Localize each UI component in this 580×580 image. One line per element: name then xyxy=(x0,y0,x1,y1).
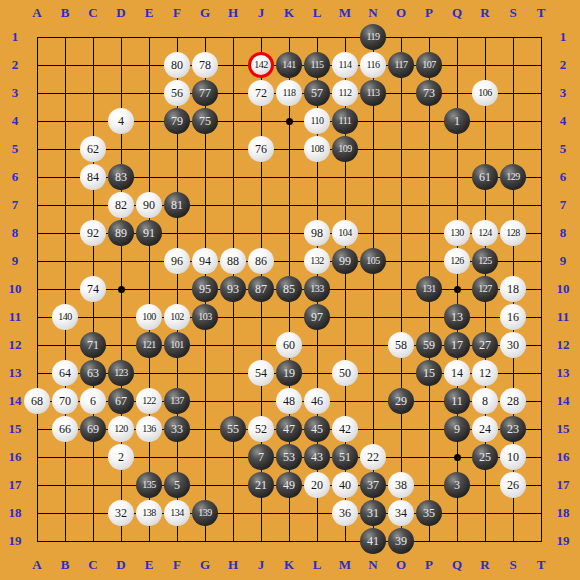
move-number: 2 xyxy=(118,451,124,463)
stone-white-s10[interactable]: 18 xyxy=(500,276,526,302)
col-label-top-f: F xyxy=(163,5,191,21)
col-label-top-g: G xyxy=(191,5,219,21)
stone-white-a14[interactable]: 68 xyxy=(24,388,50,414)
stone-black-l2[interactable]: 115 xyxy=(304,52,330,78)
row-label-right-8: 8 xyxy=(549,225,577,241)
row-label-right-15: 15 xyxy=(549,421,577,437)
stone-white-h9[interactable]: 88 xyxy=(220,248,246,274)
stone-black-c12[interactable]: 71 xyxy=(80,332,106,358)
col-label-top-o: O xyxy=(387,5,415,21)
col-label-top-k: K xyxy=(275,5,303,21)
col-label-top-s: S xyxy=(499,5,527,21)
col-label-bottom-j: J xyxy=(247,557,275,573)
stone-white-r14[interactable]: 8 xyxy=(472,388,498,414)
stone-black-k17[interactable]: 49 xyxy=(276,472,302,498)
stone-black-s6[interactable]: 129 xyxy=(500,164,526,190)
stone-white-r13[interactable]: 12 xyxy=(472,360,498,386)
stone-black-j10[interactable]: 87 xyxy=(248,276,274,302)
move-number: 64 xyxy=(59,367,71,379)
move-number: 117 xyxy=(394,60,407,70)
move-number: 20 xyxy=(311,479,323,491)
row-label-left-8: 8 xyxy=(1,225,29,241)
move-number: 108 xyxy=(310,144,324,154)
col-label-bottom-t: T xyxy=(527,557,555,573)
stone-black-k15[interactable]: 47 xyxy=(276,416,302,442)
stone-white-m2[interactable]: 114 xyxy=(332,52,358,78)
stone-white-m15[interactable]: 42 xyxy=(332,416,358,442)
move-number: 109 xyxy=(338,144,352,154)
stone-black-g3[interactable]: 77 xyxy=(192,80,218,106)
col-label-bottom-n: N xyxy=(359,557,387,573)
stone-white-c14[interactable]: 6 xyxy=(80,388,106,414)
stone-black-n9[interactable]: 105 xyxy=(360,248,386,274)
stone-black-m4[interactable]: 111 xyxy=(332,108,358,134)
move-number: 47 xyxy=(283,423,295,435)
move-number: 132 xyxy=(310,256,324,266)
stone-white-c10[interactable]: 74 xyxy=(80,276,106,302)
stone-black-l16[interactable]: 43 xyxy=(304,444,330,470)
row-label-right-19: 19 xyxy=(549,533,577,549)
move-number: 106 xyxy=(478,88,492,98)
stone-white-q8[interactable]: 130 xyxy=(444,220,470,246)
go-board[interactable]: 1234567891011121314151617181920212223242… xyxy=(23,23,555,555)
move-number: 82 xyxy=(115,199,127,211)
move-number: 31 xyxy=(367,507,379,519)
stone-white-l8[interactable]: 98 xyxy=(304,220,330,246)
grid-line-vertical xyxy=(541,37,542,542)
move-number: 90 xyxy=(143,199,155,211)
stone-white-f9[interactable]: 96 xyxy=(164,248,190,274)
move-number: 76 xyxy=(255,143,267,155)
col-label-top-r: R xyxy=(471,5,499,21)
move-number: 77 xyxy=(199,87,211,99)
move-number: 45 xyxy=(311,423,323,435)
move-number: 42 xyxy=(339,423,351,435)
stone-white-b15[interactable]: 66 xyxy=(52,416,78,442)
move-number: 94 xyxy=(199,255,211,267)
move-number: 22 xyxy=(367,451,379,463)
stone-black-q4[interactable]: 1 xyxy=(444,108,470,134)
row-label-right-14: 14 xyxy=(549,393,577,409)
move-number: 130 xyxy=(450,228,464,238)
row-label-right-11: 11 xyxy=(549,309,577,325)
move-number: 68 xyxy=(31,395,43,407)
stone-black-r6[interactable]: 61 xyxy=(472,164,498,190)
row-label-left-9: 9 xyxy=(1,253,29,269)
move-number: 29 xyxy=(395,395,407,407)
row-label-left-16: 16 xyxy=(1,449,29,465)
stone-black-q14[interactable]: 11 xyxy=(444,388,470,414)
stone-black-k13[interactable]: 19 xyxy=(276,360,302,386)
move-number: 11 xyxy=(451,395,463,407)
move-number: 1 xyxy=(454,115,460,127)
grid-line-vertical xyxy=(401,37,402,542)
stone-white-s14[interactable]: 28 xyxy=(500,388,526,414)
move-number: 98 xyxy=(311,227,323,239)
row-label-left-2: 2 xyxy=(1,57,29,73)
stone-white-j9[interactable]: 86 xyxy=(248,248,274,274)
star-point-q16 xyxy=(454,454,461,461)
stone-white-e14[interactable]: 122 xyxy=(136,388,162,414)
stone-white-r3[interactable]: 106 xyxy=(472,80,498,106)
move-number: 104 xyxy=(338,228,352,238)
move-number: 137 xyxy=(170,396,184,406)
star-point-k4 xyxy=(286,118,293,125)
move-number: 33 xyxy=(171,423,183,435)
stone-white-j3[interactable]: 72 xyxy=(248,80,274,106)
stone-white-b13[interactable]: 64 xyxy=(52,360,78,386)
stone-black-o19[interactable]: 39 xyxy=(388,528,414,554)
move-number: 95 xyxy=(199,283,211,295)
stone-white-s12[interactable]: 30 xyxy=(500,332,526,358)
stone-white-l17[interactable]: 20 xyxy=(304,472,330,498)
row-label-left-3: 3 xyxy=(1,85,29,101)
stone-black-n17[interactable]: 37 xyxy=(360,472,386,498)
move-number: 89 xyxy=(115,227,127,239)
stone-black-r16[interactable]: 25 xyxy=(472,444,498,470)
move-number: 75 xyxy=(199,115,211,127)
move-number: 53 xyxy=(283,451,295,463)
stone-black-r9[interactable]: 125 xyxy=(472,248,498,274)
move-number: 56 xyxy=(171,87,183,99)
stone-white-f3[interactable]: 56 xyxy=(164,80,190,106)
move-number: 41 xyxy=(367,535,379,547)
stone-black-f15[interactable]: 33 xyxy=(164,416,190,442)
stone-black-d6[interactable]: 83 xyxy=(108,164,134,190)
stone-white-g2[interactable]: 78 xyxy=(192,52,218,78)
stone-white-d18[interactable]: 32 xyxy=(108,500,134,526)
stone-white-c5[interactable]: 62 xyxy=(80,136,106,162)
stone-black-k10[interactable]: 85 xyxy=(276,276,302,302)
stone-black-g4[interactable]: 75 xyxy=(192,108,218,134)
stone-black-k16[interactable]: 53 xyxy=(276,444,302,470)
move-number: 134 xyxy=(170,508,184,518)
move-number: 136 xyxy=(142,424,156,434)
move-number: 61 xyxy=(479,171,491,183)
move-number: 142 xyxy=(254,60,268,70)
stone-black-f4[interactable]: 79 xyxy=(164,108,190,134)
stone-black-q17[interactable]: 3 xyxy=(444,472,470,498)
col-label-top-j: J xyxy=(247,5,275,21)
stone-white-e7[interactable]: 90 xyxy=(136,192,162,218)
stone-black-n3[interactable]: 113 xyxy=(360,80,386,106)
stone-white-d16[interactable]: 2 xyxy=(108,444,134,470)
stone-black-j17[interactable]: 21 xyxy=(248,472,274,498)
col-label-bottom-q: Q xyxy=(443,557,471,573)
stone-black-e17[interactable]: 135 xyxy=(136,472,162,498)
move-number: 19 xyxy=(283,367,295,379)
stone-white-s16[interactable]: 10 xyxy=(500,444,526,470)
col-label-bottom-d: D xyxy=(107,557,135,573)
move-number: 34 xyxy=(395,507,407,519)
stone-white-l4[interactable]: 110 xyxy=(304,108,330,134)
move-number: 24 xyxy=(479,423,491,435)
col-label-top-b: B xyxy=(51,5,79,21)
move-number: 105 xyxy=(366,256,380,266)
row-label-left-19: 19 xyxy=(1,533,29,549)
stone-white-m8[interactable]: 104 xyxy=(332,220,358,246)
stone-white-d4[interactable]: 4 xyxy=(108,108,134,134)
stone-black-c13[interactable]: 63 xyxy=(80,360,106,386)
row-label-right-12: 12 xyxy=(549,337,577,353)
move-number: 18 xyxy=(507,283,519,295)
move-number: 139 xyxy=(198,508,212,518)
stone-black-n18[interactable]: 31 xyxy=(360,500,386,526)
col-label-top-e: E xyxy=(135,5,163,21)
row-label-right-6: 6 xyxy=(549,169,577,185)
stone-white-q13[interactable]: 14 xyxy=(444,360,470,386)
row-label-left-15: 15 xyxy=(1,421,29,437)
move-number: 135 xyxy=(142,480,156,490)
move-number: 63 xyxy=(87,367,99,379)
stone-black-p10[interactable]: 131 xyxy=(416,276,442,302)
col-label-bottom-k: K xyxy=(275,557,303,573)
move-number: 124 xyxy=(478,228,492,238)
move-number: 16 xyxy=(507,311,519,323)
move-number: 78 xyxy=(199,59,211,71)
row-label-left-12: 12 xyxy=(1,337,29,353)
row-label-right-4: 4 xyxy=(549,113,577,129)
move-number: 14 xyxy=(451,367,463,379)
move-number: 10 xyxy=(507,451,519,463)
stone-black-p2[interactable]: 107 xyxy=(416,52,442,78)
stone-white-e18[interactable]: 138 xyxy=(136,500,162,526)
move-number: 21 xyxy=(255,479,267,491)
move-number: 73 xyxy=(423,87,435,99)
stone-black-p18[interactable]: 35 xyxy=(416,500,442,526)
col-label-top-l: L xyxy=(303,5,331,21)
stone-black-l3[interactable]: 57 xyxy=(304,80,330,106)
stone-black-m5[interactable]: 109 xyxy=(332,136,358,162)
stone-white-e15[interactable]: 136 xyxy=(136,416,162,442)
stone-black-g10[interactable]: 95 xyxy=(192,276,218,302)
stone-black-r10[interactable]: 127 xyxy=(472,276,498,302)
col-label-top-h: H xyxy=(219,5,247,21)
stone-white-m13[interactable]: 50 xyxy=(332,360,358,386)
move-number: 50 xyxy=(339,367,351,379)
row-label-right-2: 2 xyxy=(549,57,577,73)
stone-black-h15[interactable]: 55 xyxy=(220,416,246,442)
stone-white-j5[interactable]: 76 xyxy=(248,136,274,162)
move-number: 115 xyxy=(310,60,323,70)
stone-white-o12[interactable]: 58 xyxy=(388,332,414,358)
stone-white-m17[interactable]: 40 xyxy=(332,472,358,498)
stone-black-f12[interactable]: 101 xyxy=(164,332,190,358)
stone-black-m16[interactable]: 51 xyxy=(332,444,358,470)
row-label-left-5: 5 xyxy=(1,141,29,157)
stone-white-o18[interactable]: 34 xyxy=(388,500,414,526)
move-number: 49 xyxy=(283,479,295,491)
stone-white-g9[interactable]: 94 xyxy=(192,248,218,274)
row-label-right-5: 5 xyxy=(549,141,577,157)
move-number: 60 xyxy=(283,339,295,351)
stone-white-l5[interactable]: 108 xyxy=(304,136,330,162)
stone-black-r12[interactable]: 27 xyxy=(472,332,498,358)
move-number: 9 xyxy=(454,423,460,435)
col-label-bottom-c: C xyxy=(79,557,107,573)
move-number: 103 xyxy=(198,312,212,322)
stone-black-e8[interactable]: 91 xyxy=(136,220,162,246)
stone-white-c6[interactable]: 84 xyxy=(80,164,106,190)
move-number: 72 xyxy=(255,87,267,99)
move-number: 141 xyxy=(282,60,296,70)
stone-black-k2[interactable]: 141 xyxy=(276,52,302,78)
move-number: 123 xyxy=(114,368,128,378)
stone-white-k3[interactable]: 118 xyxy=(276,80,302,106)
col-label-bottom-r: R xyxy=(471,557,499,573)
stone-white-d15[interactable]: 120 xyxy=(108,416,134,442)
row-label-left-11: 11 xyxy=(1,309,29,325)
stone-white-j13[interactable]: 54 xyxy=(248,360,274,386)
stone-black-o2[interactable]: 117 xyxy=(388,52,414,78)
stone-white-f11[interactable]: 102 xyxy=(164,304,190,330)
row-label-right-3: 3 xyxy=(549,85,577,101)
stone-white-b11[interactable]: 140 xyxy=(52,304,78,330)
move-number: 122 xyxy=(142,396,156,406)
row-label-right-17: 17 xyxy=(549,477,577,493)
stone-black-q12[interactable]: 17 xyxy=(444,332,470,358)
stone-black-p13[interactable]: 15 xyxy=(416,360,442,386)
move-number: 111 xyxy=(339,116,352,126)
stone-white-s11[interactable]: 16 xyxy=(500,304,526,330)
row-label-left-10: 10 xyxy=(1,281,29,297)
row-label-right-7: 7 xyxy=(549,197,577,213)
move-number: 83 xyxy=(115,171,127,183)
move-number: 57 xyxy=(311,87,323,99)
stone-black-d13[interactable]: 123 xyxy=(108,360,134,386)
stone-white-s8[interactable]: 128 xyxy=(500,220,526,246)
stone-black-f17[interactable]: 5 xyxy=(164,472,190,498)
move-number: 5 xyxy=(174,479,180,491)
stone-black-q11[interactable]: 13 xyxy=(444,304,470,330)
stone-black-p3[interactable]: 73 xyxy=(416,80,442,106)
stone-black-d8[interactable]: 89 xyxy=(108,220,134,246)
row-label-right-1: 1 xyxy=(549,29,577,45)
stone-white-e11[interactable]: 100 xyxy=(136,304,162,330)
stone-white-k14[interactable]: 48 xyxy=(276,388,302,414)
row-label-left-7: 7 xyxy=(1,197,29,213)
move-number: 48 xyxy=(283,395,295,407)
move-number: 138 xyxy=(142,508,156,518)
move-number: 128 xyxy=(506,228,520,238)
move-number: 27 xyxy=(479,339,491,351)
stone-white-d7[interactable]: 82 xyxy=(108,192,134,218)
stone-white-n2[interactable]: 116 xyxy=(360,52,386,78)
stone-white-l14[interactable]: 46 xyxy=(304,388,330,414)
col-label-top-t: T xyxy=(527,5,555,21)
stone-white-f2[interactable]: 80 xyxy=(164,52,190,78)
stone-white-l9[interactable]: 132 xyxy=(304,248,330,274)
stone-black-l11[interactable]: 97 xyxy=(304,304,330,330)
row-label-left-13: 13 xyxy=(1,365,29,381)
stone-black-m9[interactable]: 99 xyxy=(332,248,358,274)
col-label-top-c: C xyxy=(79,5,107,21)
move-number: 3 xyxy=(454,479,460,491)
move-number: 67 xyxy=(115,395,127,407)
stone-black-p12[interactable]: 59 xyxy=(416,332,442,358)
col-label-bottom-o: O xyxy=(387,557,415,573)
move-number: 121 xyxy=(142,340,156,350)
move-number: 40 xyxy=(339,479,351,491)
stone-white-n16[interactable]: 22 xyxy=(360,444,386,470)
move-number: 59 xyxy=(423,339,435,351)
stone-white-o17[interactable]: 38 xyxy=(388,472,414,498)
move-number: 62 xyxy=(87,143,99,155)
stone-white-m18[interactable]: 36 xyxy=(332,500,358,526)
move-number: 126 xyxy=(450,256,464,266)
stone-white-q9[interactable]: 126 xyxy=(444,248,470,274)
move-number: 119 xyxy=(366,32,379,42)
col-label-top-m: M xyxy=(331,5,359,21)
move-number: 26 xyxy=(507,479,519,491)
stone-black-l15[interactable]: 45 xyxy=(304,416,330,442)
stone-black-c15[interactable]: 69 xyxy=(80,416,106,442)
move-number: 6 xyxy=(90,395,96,407)
stone-white-r8[interactable]: 124 xyxy=(472,220,498,246)
stone-black-g18[interactable]: 139 xyxy=(192,500,218,526)
stone-black-f7[interactable]: 81 xyxy=(164,192,190,218)
stone-black-f14[interactable]: 137 xyxy=(164,388,190,414)
move-number: 140 xyxy=(58,312,72,322)
stone-black-o14[interactable]: 29 xyxy=(388,388,414,414)
stone-white-c8[interactable]: 92 xyxy=(80,220,106,246)
stone-black-d14[interactable]: 67 xyxy=(108,388,134,414)
move-number: 107 xyxy=(422,60,436,70)
move-number: 120 xyxy=(114,424,128,434)
stone-white-r15[interactable]: 24 xyxy=(472,416,498,442)
stone-black-j16[interactable]: 7 xyxy=(248,444,274,470)
stone-black-n1[interactable]: 119 xyxy=(360,24,386,50)
move-number: 129 xyxy=(506,172,520,182)
stone-black-g11[interactable]: 103 xyxy=(192,304,218,330)
col-label-bottom-a: A xyxy=(23,557,51,573)
stone-black-n19[interactable]: 41 xyxy=(360,528,386,554)
stone-white-f18[interactable]: 134 xyxy=(164,500,190,526)
col-label-bottom-p: P xyxy=(415,557,443,573)
col-label-bottom-g: G xyxy=(191,557,219,573)
grid-line-horizontal xyxy=(37,541,542,542)
stone-black-l10[interactable]: 133 xyxy=(304,276,330,302)
star-point-d10 xyxy=(118,286,125,293)
move-number: 91 xyxy=(143,227,155,239)
move-number: 30 xyxy=(507,339,519,351)
col-label-top-q: Q xyxy=(443,5,471,21)
move-number: 12 xyxy=(479,367,491,379)
last-move-stone-white-j2[interactable]: 142 xyxy=(248,52,274,78)
star-point-q10 xyxy=(454,286,461,293)
move-number: 102 xyxy=(170,312,184,322)
stone-white-m3[interactable]: 112 xyxy=(332,80,358,106)
move-number: 79 xyxy=(171,115,183,127)
move-number: 69 xyxy=(87,423,99,435)
stone-white-j15[interactable]: 52 xyxy=(248,416,274,442)
stone-black-s15[interactable]: 23 xyxy=(500,416,526,442)
stone-white-s17[interactable]: 26 xyxy=(500,472,526,498)
stone-white-b14[interactable]: 70 xyxy=(52,388,78,414)
col-label-top-d: D xyxy=(107,5,135,21)
row-label-right-10: 10 xyxy=(549,281,577,297)
move-number: 93 xyxy=(227,283,239,295)
stone-white-k12[interactable]: 60 xyxy=(276,332,302,358)
stone-black-e12[interactable]: 121 xyxy=(136,332,162,358)
stone-black-h10[interactable]: 93 xyxy=(220,276,246,302)
stone-black-q15[interactable]: 9 xyxy=(444,416,470,442)
row-label-right-13: 13 xyxy=(549,365,577,381)
row-label-left-18: 18 xyxy=(1,505,29,521)
col-label-top-p: P xyxy=(415,5,443,21)
move-number: 92 xyxy=(87,227,99,239)
go-game-record: 1234567891011121314151617181920212223242… xyxy=(0,0,580,580)
